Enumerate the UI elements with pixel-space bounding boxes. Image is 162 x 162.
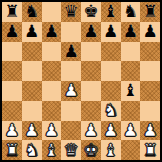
piece-black-king[interactable]: ♚ <box>83 3 98 20</box>
piece-black-pawn[interactable]: ♟ <box>64 43 79 60</box>
square-a1[interactable]: ♜ <box>2 140 22 160</box>
square-c8[interactable] <box>42 2 62 22</box>
square-a5[interactable] <box>2 61 22 81</box>
square-h3[interactable] <box>140 101 160 121</box>
square-c7[interactable]: ♟ <box>42 22 62 42</box>
square-c5[interactable] <box>42 61 62 81</box>
square-c2[interactable]: ♟ <box>42 121 62 141</box>
square-c4[interactable] <box>42 81 62 101</box>
square-f7[interactable]: ♟ <box>101 22 121 42</box>
square-e2[interactable]: ♟ <box>81 121 101 141</box>
square-f5[interactable] <box>101 61 121 81</box>
piece-black-pawn[interactable]: ♟ <box>83 23 98 40</box>
square-g8[interactable]: ♞ <box>121 2 141 22</box>
piece-white-pawn[interactable]: ♟ <box>143 122 158 139</box>
square-b6[interactable] <box>22 42 42 62</box>
square-d4[interactable]: ♟ <box>61 81 81 101</box>
square-g3[interactable] <box>121 101 141 121</box>
piece-black-pawn[interactable]: ♟ <box>4 23 19 40</box>
square-d3[interactable] <box>61 101 81 121</box>
square-f6[interactable] <box>101 42 121 62</box>
piece-white-pawn[interactable]: ♟ <box>83 122 98 139</box>
piece-white-pawn[interactable]: ♟ <box>103 122 118 139</box>
piece-black-pawn[interactable]: ♟ <box>44 23 59 40</box>
piece-white-pawn[interactable]: ♟ <box>44 122 59 139</box>
piece-white-pawn[interactable]: ♟ <box>123 122 138 139</box>
square-h8[interactable]: ♜ <box>140 2 160 22</box>
square-b8[interactable]: ♞ <box>22 2 42 22</box>
piece-white-pawn[interactable]: ♟ <box>64 82 79 99</box>
piece-white-knight[interactable]: ♞ <box>103 102 118 119</box>
square-b3[interactable] <box>22 101 42 121</box>
square-g1[interactable] <box>121 140 141 160</box>
chess-board-frame: ♜♞♛♚♝♞♜♟♟♟♟♟♟♟♟♟♝♞♟♟♟♟♟♟♟♜♞♝♛♚♝♜ <box>0 0 162 162</box>
square-c3[interactable] <box>42 101 62 121</box>
piece-white-pawn[interactable]: ♟ <box>24 122 39 139</box>
square-f2[interactable]: ♟ <box>101 121 121 141</box>
square-a7[interactable]: ♟ <box>2 22 22 42</box>
piece-black-pawn[interactable]: ♟ <box>103 23 118 40</box>
square-e4[interactable] <box>81 81 101 101</box>
square-f1[interactable]: ♝ <box>101 140 121 160</box>
piece-black-pawn[interactable]: ♟ <box>143 23 158 40</box>
square-e5[interactable] <box>81 61 101 81</box>
piece-white-bishop[interactable]: ♝ <box>103 142 118 159</box>
square-d8[interactable]: ♛ <box>61 2 81 22</box>
piece-white-queen[interactable]: ♛ <box>64 142 79 159</box>
square-e8[interactable]: ♚ <box>81 2 101 22</box>
square-f3[interactable]: ♞ <box>101 101 121 121</box>
piece-black-rook[interactable]: ♜ <box>143 3 158 20</box>
square-h6[interactable] <box>140 42 160 62</box>
square-f4[interactable] <box>101 81 121 101</box>
square-c1[interactable]: ♝ <box>42 140 62 160</box>
piece-black-rook[interactable]: ♜ <box>4 3 19 20</box>
square-b4[interactable] <box>22 81 42 101</box>
square-g7[interactable]: ♟ <box>121 22 141 42</box>
piece-black-bishop[interactable]: ♝ <box>103 3 118 20</box>
square-b2[interactable]: ♟ <box>22 121 42 141</box>
square-e7[interactable]: ♟ <box>81 22 101 42</box>
piece-white-rook[interactable]: ♜ <box>143 142 158 159</box>
square-a4[interactable] <box>2 81 22 101</box>
square-b5[interactable] <box>22 61 42 81</box>
square-g4[interactable]: ♝ <box>121 81 141 101</box>
square-a3[interactable] <box>2 101 22 121</box>
square-d7[interactable] <box>61 22 81 42</box>
square-c6[interactable] <box>42 42 62 62</box>
piece-black-pawn[interactable]: ♟ <box>123 23 138 40</box>
chess-board: ♜♞♛♚♝♞♜♟♟♟♟♟♟♟♟♟♝♞♟♟♟♟♟♟♟♜♞♝♛♚♝♜ <box>2 2 160 160</box>
piece-white-pawn[interactable]: ♟ <box>4 122 19 139</box>
piece-white-knight[interactable]: ♞ <box>24 142 39 159</box>
piece-black-knight[interactable]: ♞ <box>123 3 138 20</box>
square-e1[interactable]: ♚ <box>81 140 101 160</box>
piece-black-queen[interactable]: ♛ <box>64 3 79 20</box>
square-a6[interactable] <box>2 42 22 62</box>
square-h7[interactable]: ♟ <box>140 22 160 42</box>
piece-black-pawn[interactable]: ♟ <box>24 23 39 40</box>
square-h1[interactable]: ♜ <box>140 140 160 160</box>
square-g2[interactable]: ♟ <box>121 121 141 141</box>
square-d6[interactable]: ♟ <box>61 42 81 62</box>
square-g5[interactable] <box>121 61 141 81</box>
square-f8[interactable]: ♝ <box>101 2 121 22</box>
square-d5[interactable] <box>61 61 81 81</box>
piece-black-knight[interactable]: ♞ <box>24 3 39 20</box>
square-h2[interactable]: ♟ <box>140 121 160 141</box>
piece-black-bishop[interactable]: ♝ <box>123 82 138 99</box>
square-a2[interactable]: ♟ <box>2 121 22 141</box>
square-b7[interactable]: ♟ <box>22 22 42 42</box>
square-a8[interactable]: ♜ <box>2 2 22 22</box>
piece-white-king[interactable]: ♚ <box>83 142 98 159</box>
piece-white-bishop[interactable]: ♝ <box>44 142 59 159</box>
square-e3[interactable] <box>81 101 101 121</box>
piece-white-rook[interactable]: ♜ <box>4 142 19 159</box>
square-d2[interactable] <box>61 121 81 141</box>
square-h5[interactable] <box>140 61 160 81</box>
square-b1[interactable]: ♞ <box>22 140 42 160</box>
square-e6[interactable] <box>81 42 101 62</box>
square-g6[interactable] <box>121 42 141 62</box>
square-d1[interactable]: ♛ <box>61 140 81 160</box>
square-h4[interactable] <box>140 81 160 101</box>
